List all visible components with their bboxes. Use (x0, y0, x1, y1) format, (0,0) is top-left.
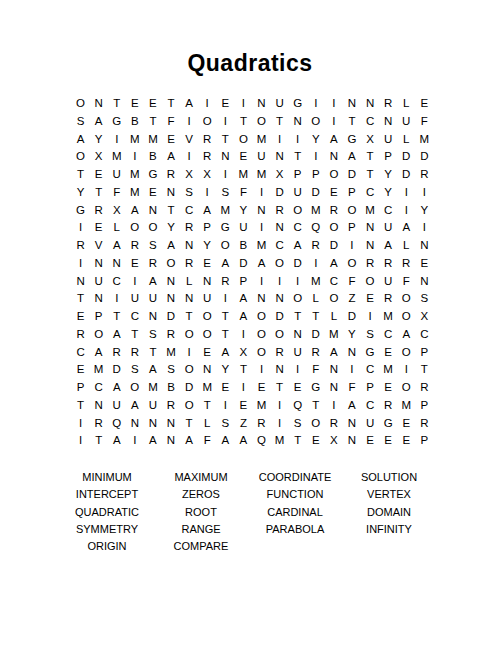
grid-cell: S (361, 326, 379, 344)
grid-cell: O (180, 397, 198, 415)
grid-cell: M (252, 237, 270, 255)
grid-cell: P (343, 219, 361, 237)
grid-cell: X (234, 344, 252, 362)
grid-cell: A (252, 255, 270, 273)
grid-cell: N (180, 237, 198, 255)
grid-cell: R (162, 326, 180, 344)
grid-cell: G (108, 113, 126, 131)
grid-cell: P (415, 432, 433, 450)
grid-cell: G (343, 131, 361, 149)
grid-cell: T (108, 95, 126, 113)
grid-cell: N (271, 290, 289, 308)
grid-cell: T (144, 113, 162, 131)
grid-cell: M (252, 397, 270, 415)
word-list-item: CARDINAL (248, 504, 342, 521)
grid-cell: A (108, 432, 126, 450)
grid-cell: L (325, 308, 343, 326)
grid-cell: I (325, 95, 343, 113)
grid-cell: N (325, 148, 343, 166)
puzzle-title: Quadratics (0, 50, 500, 77)
grid-cell: F (162, 113, 180, 131)
word-list: MINIMUMMAXIMUMCOORDINATESOLUTIONINTERCEP… (60, 469, 436, 555)
grid-cell: I (72, 432, 90, 450)
grid-cell: G (289, 95, 307, 113)
grid-cell: A (90, 113, 108, 131)
grid-cell: F (108, 184, 126, 202)
grid-cell: O (234, 131, 252, 149)
grid-cell: E (397, 432, 415, 450)
grid-cell: R (415, 166, 433, 184)
word-list-item: PARABOLA (248, 521, 342, 538)
grid-cell: Y (234, 202, 252, 220)
grid-cell: I (126, 432, 144, 450)
grid-cell: T (162, 95, 180, 113)
grid-cell: X (271, 166, 289, 184)
grid-cell: I (216, 290, 234, 308)
grid-cell: G (144, 166, 162, 184)
grid-cell: Y (343, 326, 361, 344)
grid-cell: R (379, 290, 397, 308)
grid-cell: B (234, 237, 252, 255)
grid-cell: T (415, 361, 433, 379)
grid-cell: A (126, 397, 144, 415)
grid-cell: F (397, 273, 415, 291)
grid-cell: B (144, 148, 162, 166)
grid-cell: L (397, 95, 415, 113)
grid-cell: O (289, 290, 307, 308)
grid-cell: I (252, 361, 270, 379)
grid-cell: G (216, 219, 234, 237)
grid-cell: N (325, 379, 343, 397)
grid-cell: N (216, 148, 234, 166)
grid-cell: T (162, 202, 180, 220)
grid-cell: M (361, 202, 379, 220)
grid-cell: D (180, 379, 198, 397)
grid-cell: T (216, 131, 234, 149)
grid-cell: A (397, 326, 415, 344)
grid-cell: Q (289, 397, 307, 415)
grid-cell: A (144, 273, 162, 291)
grid-cell: U (252, 148, 270, 166)
grid-cell: R (144, 255, 162, 273)
grid-cell: X (325, 432, 343, 450)
grid-cell: P (415, 397, 433, 415)
grid-cell: Q (108, 415, 126, 433)
grid-cell: Y (379, 166, 397, 184)
grid-cell: N (252, 95, 270, 113)
grid-cell: N (162, 273, 180, 291)
grid-cell: N (144, 415, 162, 433)
grid-cell: M (90, 361, 108, 379)
grid-cell: C (180, 202, 198, 220)
word-list-item: ORIGIN (60, 538, 154, 555)
grid-cell: A (234, 290, 252, 308)
grid-cell: N (343, 344, 361, 362)
grid-cell: N (198, 361, 216, 379)
grid-cell: R (72, 326, 90, 344)
grid-cell: U (379, 273, 397, 291)
grid-cell: A (343, 148, 361, 166)
grid-cell: B (162, 379, 180, 397)
grid-cell: I (343, 237, 361, 255)
grid-cell: N (271, 219, 289, 237)
grid-cell: E (379, 344, 397, 362)
grid-cell: C (361, 113, 379, 131)
grid-cell: D (415, 148, 433, 166)
grid-cell: U (144, 397, 162, 415)
grid-cell: S (162, 361, 180, 379)
grid-cell: T (234, 361, 252, 379)
word-list-item: ZEROS (154, 486, 248, 503)
grid-cell: M (108, 148, 126, 166)
grid-cell: U (289, 344, 307, 362)
grid-cell: M (162, 344, 180, 362)
grid-cell: I (271, 415, 289, 433)
grid-cell: E (72, 308, 90, 326)
grid-cell: I (180, 113, 198, 131)
grid-cell: I (307, 255, 325, 273)
grid-cell: U (379, 131, 397, 149)
grid-cell: T (289, 432, 307, 450)
grid-cell: R (415, 379, 433, 397)
grid-cell: R (325, 202, 343, 220)
grid-cell: P (361, 379, 379, 397)
grid-cell: O (271, 326, 289, 344)
grid-cell: S (180, 184, 198, 202)
grid-cell: M (126, 131, 144, 149)
grid-cell: M (325, 326, 343, 344)
grid-cell: T (289, 148, 307, 166)
grid-cell: O (307, 113, 325, 131)
grid-cell: O (126, 219, 144, 237)
grid-cell: A (72, 131, 90, 149)
grid-cell: R (379, 397, 397, 415)
grid-cell: R (361, 255, 379, 273)
grid-cell: R (72, 237, 90, 255)
grid-cell: Y (379, 184, 397, 202)
grid-cell: O (325, 290, 343, 308)
grid-cell: I (271, 273, 289, 291)
grid-cell: A (180, 95, 198, 113)
grid-cell: L (397, 237, 415, 255)
grid-cell: Z (234, 415, 252, 433)
grid-cell: E (90, 219, 108, 237)
grid-cell: E (361, 290, 379, 308)
grid-cell: Y (307, 131, 325, 149)
grid-cell: T (90, 184, 108, 202)
grid-cell: Y (198, 237, 216, 255)
grid-cell: D (325, 237, 343, 255)
grid-cell: P (72, 379, 90, 397)
grid-cell: U (271, 95, 289, 113)
grid-cell: N (379, 113, 397, 131)
grid-cell: N (126, 415, 144, 433)
grid-cell: N (343, 432, 361, 450)
grid-cell: C (126, 308, 144, 326)
grid-cell: O (325, 219, 343, 237)
grid-cell: A (180, 432, 198, 450)
grid-cell: I (180, 148, 198, 166)
grid-cell: Y (415, 202, 433, 220)
grid-cell: T (343, 113, 361, 131)
grid-cell: S (289, 415, 307, 433)
grid-cell: E (126, 255, 144, 273)
word-list-item: MINIMUM (60, 469, 154, 486)
grid-cell: N (180, 290, 198, 308)
grid-cell: S (126, 361, 144, 379)
grid-cell: I (126, 148, 144, 166)
grid-cell: N (289, 113, 307, 131)
grid-cell: M (252, 131, 270, 149)
grid-cell: A (162, 148, 180, 166)
grid-cell: D (397, 148, 415, 166)
grid-cell: A (90, 344, 108, 362)
grid-cell: E (379, 379, 397, 397)
grid-cell: N (325, 361, 343, 379)
grid-cell: A (108, 379, 126, 397)
grid-cell: R (90, 415, 108, 433)
grid-cell: P (415, 344, 433, 362)
grid-cell: S (216, 415, 234, 433)
grid-cell: F (415, 113, 433, 131)
grid-cell: I (126, 273, 144, 291)
grid-cell: M (198, 379, 216, 397)
grid-cell: R (271, 202, 289, 220)
grid-cell: R (126, 344, 144, 362)
grid-cell: P (234, 273, 252, 291)
grid-cell: O (252, 326, 270, 344)
grid-cell: E (397, 415, 415, 433)
word-list-item: RANGE (154, 521, 248, 538)
grid-cell: R (216, 273, 234, 291)
grid-cell: D (108, 361, 126, 379)
grid-cell: N (162, 184, 180, 202)
grid-cell: I (72, 415, 90, 433)
grid-cell: G (361, 344, 379, 362)
grid-cell: I (415, 219, 433, 237)
grid-cell: P (289, 166, 307, 184)
grid-cell: E (252, 379, 270, 397)
word-list-item: INFINITY (342, 521, 436, 538)
grid-cell: N (162, 415, 180, 433)
grid-cell: S (144, 237, 162, 255)
grid-cell: A (289, 237, 307, 255)
grid-cell: N (162, 432, 180, 450)
grid-cell: A (216, 432, 234, 450)
grid-cell: N (415, 273, 433, 291)
grid-cell: U (108, 397, 126, 415)
grid-cell: T (271, 379, 289, 397)
grid-cell: T (198, 397, 216, 415)
grid-cell: T (126, 326, 144, 344)
grid-cell: L (397, 131, 415, 149)
grid-cell: E (415, 255, 433, 273)
grid-cell: N (90, 290, 108, 308)
grid-cell: T (180, 415, 198, 433)
grid-cell: N (271, 361, 289, 379)
grid-cell: O (397, 290, 415, 308)
grid-cell: O (180, 361, 198, 379)
word-list-item: FUNCTION (248, 486, 342, 503)
grid-cell: R (126, 237, 144, 255)
grid-cell: N (108, 255, 126, 273)
grid-cell: U (361, 415, 379, 433)
grid-cell: N (361, 237, 379, 255)
grid-cell: M (144, 379, 162, 397)
grid-cell: N (252, 202, 270, 220)
grid-cell: A (325, 255, 343, 273)
grid-cell: T (72, 290, 90, 308)
grid-cell: N (343, 415, 361, 433)
grid-cell: M (126, 184, 144, 202)
grid-cell: O (397, 344, 415, 362)
grid-cell: N (271, 148, 289, 166)
grid-cell: N (144, 202, 162, 220)
grid-cell: N (415, 237, 433, 255)
grid-cell: I (397, 184, 415, 202)
grid-cell: N (252, 290, 270, 308)
grid-cell: O (90, 326, 108, 344)
grid-cell: E (72, 361, 90, 379)
grid-cell: D (397, 166, 415, 184)
grid-cell: A (325, 344, 343, 362)
grid-cell: U (90, 273, 108, 291)
word-list-item: SYMMETRY (60, 521, 154, 538)
grid-cell: T (361, 148, 379, 166)
grid-cell: R (379, 95, 397, 113)
grid-cell: G (307, 379, 325, 397)
grid-cell: E (216, 379, 234, 397)
grid-cell: V (90, 237, 108, 255)
grid-cell: T (216, 308, 234, 326)
grid-cell: Y (162, 219, 180, 237)
grid-cell: D (162, 308, 180, 326)
grid-cell: I (397, 202, 415, 220)
grid-cell: D (271, 184, 289, 202)
grid-cell: N (361, 95, 379, 113)
grid-cell: N (361, 219, 379, 237)
grid-cell: I (252, 184, 270, 202)
grid-cell: C (361, 361, 379, 379)
grid-cell: I (325, 113, 343, 131)
grid-cell: O (289, 202, 307, 220)
grid-cell: I (252, 273, 270, 291)
grid-cell: S (144, 326, 162, 344)
word-list-item: COMPARE (154, 538, 248, 555)
grid-cell: O (198, 326, 216, 344)
grid-cell: U (126, 290, 144, 308)
grid-cell: R (198, 148, 216, 166)
grid-cell: A (234, 432, 252, 450)
grid-cell: C (361, 397, 379, 415)
grid-cell: C (325, 273, 343, 291)
grid-cell: O (397, 308, 415, 326)
grid-cell: O (144, 219, 162, 237)
grid-cell: F (198, 432, 216, 450)
grid-cell: R (198, 131, 216, 149)
grid-cell: Y (72, 184, 90, 202)
grid-cell: C (379, 202, 397, 220)
grid-cell: I (271, 131, 289, 149)
grid-cell: R (90, 202, 108, 220)
grid-cell: I (271, 397, 289, 415)
grid-cell: E (216, 95, 234, 113)
grid-cell: E (198, 255, 216, 273)
grid-cell: X (361, 131, 379, 149)
grid-cell: I (198, 184, 216, 202)
grid-cell: M (379, 308, 397, 326)
grid-cell: O (198, 308, 216, 326)
grid-cell: I (216, 113, 234, 131)
grid-cell: M (126, 166, 144, 184)
grid-cell: O (162, 255, 180, 273)
grid-cell: M (397, 397, 415, 415)
grid-cell: I (361, 308, 379, 326)
grid-cell: D (289, 255, 307, 273)
grid-cell: D (307, 326, 325, 344)
grid-cell: O (397, 379, 415, 397)
grid-cell: M (415, 131, 433, 149)
grid-cell: E (144, 184, 162, 202)
word-list-item: QUADRATIC (60, 504, 154, 521)
grid-cell: R (397, 255, 415, 273)
grid-cell: T (72, 397, 90, 415)
grid-cell: X (180, 166, 198, 184)
grid-cell: O (72, 95, 90, 113)
grid-cell: E (415, 95, 433, 113)
grid-cell: I (72, 219, 90, 237)
grid-cell: A (144, 361, 162, 379)
grid-cell: L (307, 290, 325, 308)
grid-cell: N (144, 308, 162, 326)
grid-cell: F (307, 361, 325, 379)
grid-cell: U (234, 219, 252, 237)
grid-cell: T (307, 308, 325, 326)
grid-cell: A (216, 255, 234, 273)
grid-cell: E (361, 432, 379, 450)
grid-cell: N (162, 290, 180, 308)
grid-cell: T (144, 344, 162, 362)
grid-cell: A (234, 308, 252, 326)
word-search-grid: ONTEETAIEINUGIINNRLESAGBTFIOITOTNOITCNUF… (72, 95, 434, 450)
grid-cell: O (198, 113, 216, 131)
grid-cell: I (397, 361, 415, 379)
grid-cell: N (90, 255, 108, 273)
grid-cell: I (180, 344, 198, 362)
grid-cell: I (216, 166, 234, 184)
word-list-item: COORDINATE (248, 469, 342, 486)
grid-cell: E (234, 397, 252, 415)
grid-cell: D (343, 308, 361, 326)
grid-cell: A (216, 344, 234, 362)
grid-cell: A (379, 237, 397, 255)
grid-cell: R (271, 344, 289, 362)
grid-cell: O (325, 166, 343, 184)
grid-cell: T (72, 166, 90, 184)
grid-cell: L (198, 415, 216, 433)
grid-cell: N (72, 273, 90, 291)
grid-cell: R (180, 255, 198, 273)
grid-cell: N (90, 397, 108, 415)
grid-cell: Q (307, 219, 325, 237)
grid-cell: R (162, 397, 180, 415)
grid-cell: O (252, 113, 270, 131)
grid-cell: X (108, 202, 126, 220)
grid-cell: G (379, 415, 397, 433)
grid-cell: Y (216, 361, 234, 379)
grid-cell: R (307, 344, 325, 362)
grid-cell: Q (252, 432, 270, 450)
